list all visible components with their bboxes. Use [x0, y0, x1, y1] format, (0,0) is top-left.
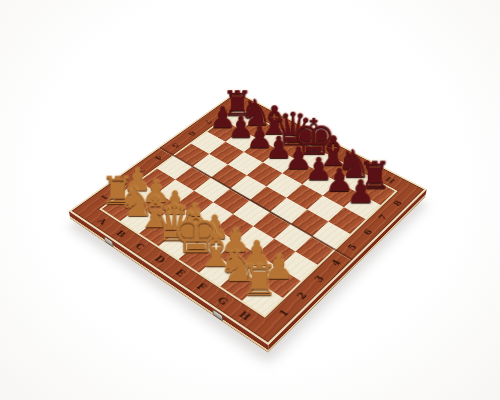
- piece-black-pawn-h7[interactable]: ♟: [338, 175, 382, 207]
- file-label-near-e: E: [169, 264, 192, 281]
- piece-white-rook-h1[interactable]: ♜: [235, 259, 284, 301]
- rank-label-near-4: 4: [325, 254, 347, 271]
- file-label-near-a: A: [92, 214, 114, 229]
- rank-label-near-2: 2: [290, 287, 313, 305]
- chess-board: AABBCCDDEEFFGGHH1122334455667788♜♞♝♛♚♝♞♜…: [69, 91, 427, 345]
- file-label-near-b: B: [110, 226, 132, 242]
- rank-label-near-8: 8: [387, 196, 408, 211]
- file-label-near-f: F: [190, 278, 213, 296]
- rank-label-near-6: 6: [357, 224, 378, 240]
- file-label-near-g: G: [211, 292, 235, 310]
- file-label-near-d: D: [149, 251, 172, 268]
- file-label-near-c: C: [129, 238, 151, 254]
- file-label-near-h: H: [233, 306, 257, 325]
- rank-label-near-7: 7: [372, 210, 393, 225]
- rank-label-near-3: 3: [308, 270, 331, 288]
- board-scene: AABBCCDDEEFFGGHH1122334455667788♜♞♝♛♚♝♞♜…: [0, 0, 500, 400]
- product-photo-canvas: AABBCCDDEEFFGGHH1122334455667788♜♞♝♛♚♝♞♜…: [0, 0, 500, 400]
- rank-label-near-5: 5: [341, 239, 363, 255]
